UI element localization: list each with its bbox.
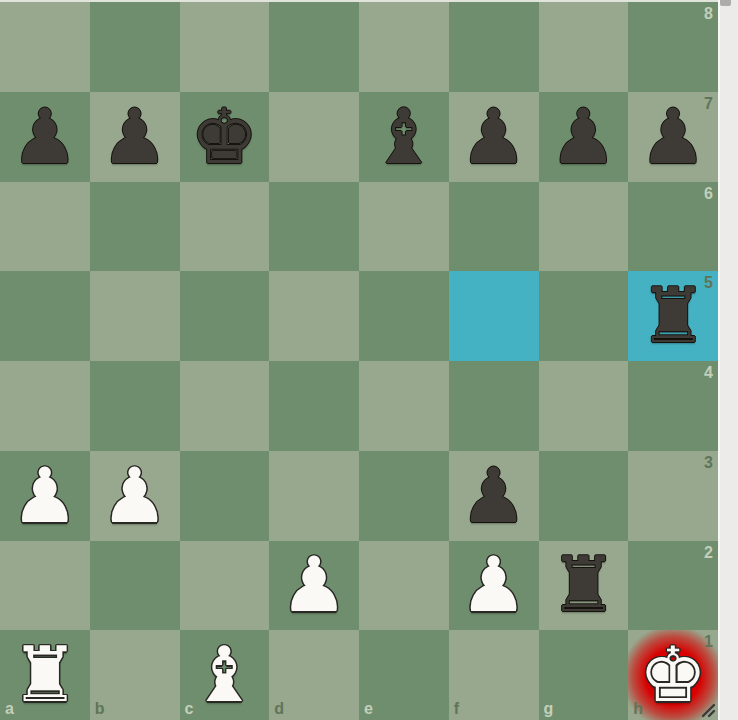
square-h6[interactable]: 6: [628, 182, 718, 272]
square-g4[interactable]: [539, 361, 629, 451]
black-pawn-a7[interactable]: ♟: [11, 99, 79, 175]
square-f1[interactable]: f: [449, 630, 539, 720]
square-c7[interactable]: ♚: [180, 92, 270, 182]
square-f4[interactable]: [449, 361, 539, 451]
square-d6[interactable]: [269, 182, 359, 272]
square-c4[interactable]: [180, 361, 270, 451]
square-h8[interactable]: 8: [628, 2, 718, 92]
board-resize-handle-icon[interactable]: [694, 696, 716, 718]
square-h7[interactable]: ♟7: [628, 92, 718, 182]
square-g1[interactable]: g: [539, 630, 629, 720]
square-h4[interactable]: 4: [628, 361, 718, 451]
square-e8[interactable]: [359, 2, 449, 92]
square-g2[interactable]: ♜: [539, 541, 629, 631]
square-g3[interactable]: [539, 451, 629, 541]
square-h1[interactable]: ♚1h: [628, 630, 718, 720]
square-a3[interactable]: ♟: [0, 451, 90, 541]
square-b7[interactable]: ♟: [90, 92, 180, 182]
black-rook-g2[interactable]: ♜: [549, 547, 617, 623]
square-d1[interactable]: d: [269, 630, 359, 720]
square-f3[interactable]: ♟: [449, 451, 539, 541]
gutter-top-notch: [720, 0, 731, 6]
black-pawn-b7[interactable]: ♟: [101, 99, 169, 175]
rank-label-2: 2: [704, 545, 713, 561]
square-e1[interactable]: e: [359, 630, 449, 720]
square-d4[interactable]: [269, 361, 359, 451]
white-pawn-a3[interactable]: ♟: [11, 458, 79, 534]
square-h5[interactable]: ♜5: [628, 271, 718, 361]
square-c5[interactable]: [180, 271, 270, 361]
square-a5[interactable]: [0, 271, 90, 361]
black-pawn-f3[interactable]: ♟: [460, 458, 528, 534]
square-a8[interactable]: [0, 2, 90, 92]
rank-label-8: 8: [704, 6, 713, 22]
square-e2[interactable]: [359, 541, 449, 631]
square-a6[interactable]: [0, 182, 90, 272]
rank-label-3: 3: [704, 455, 713, 471]
square-f5[interactable]: [449, 271, 539, 361]
square-c6[interactable]: [180, 182, 270, 272]
square-g7[interactable]: ♟: [539, 92, 629, 182]
black-bishop-e7[interactable]: ♝: [370, 99, 438, 175]
square-g8[interactable]: [539, 2, 629, 92]
file-label-d: d: [274, 701, 284, 717]
square-e7[interactable]: ♝: [359, 92, 449, 182]
square-a2[interactable]: [0, 541, 90, 631]
black-pawn-h7[interactable]: ♟: [639, 99, 707, 175]
white-rook-a1[interactable]: ♜: [11, 637, 79, 713]
white-pawn-b3[interactable]: ♟: [101, 458, 169, 534]
square-b1[interactable]: b: [90, 630, 180, 720]
square-c3[interactable]: [180, 451, 270, 541]
square-b5[interactable]: [90, 271, 180, 361]
black-king-c7[interactable]: ♚: [190, 99, 258, 175]
white-pawn-f2[interactable]: ♟: [460, 547, 528, 623]
square-f8[interactable]: [449, 2, 539, 92]
square-f6[interactable]: [449, 182, 539, 272]
square-b6[interactable]: [90, 182, 180, 272]
square-b8[interactable]: [90, 2, 180, 92]
right-page-gutter: [718, 0, 738, 720]
square-h3[interactable]: 3: [628, 451, 718, 541]
chess-board: 8♟♟♚♝♟♟♟76♜54♟♟♟3♟♟♜2♜ab♝cdefg♚1h: [0, 2, 718, 720]
square-c2[interactable]: [180, 541, 270, 631]
square-d8[interactable]: [269, 2, 359, 92]
black-pawn-g7[interactable]: ♟: [549, 99, 617, 175]
square-d7[interactable]: [269, 92, 359, 182]
square-g6[interactable]: [539, 182, 629, 272]
black-rook-h5[interactable]: ♜: [639, 278, 707, 354]
square-e6[interactable]: [359, 182, 449, 272]
file-label-b: b: [95, 701, 105, 717]
square-d3[interactable]: [269, 451, 359, 541]
black-pawn-f7[interactable]: ♟: [460, 99, 528, 175]
square-b4[interactable]: [90, 361, 180, 451]
square-g5[interactable]: [539, 271, 629, 361]
file-label-f: f: [454, 701, 459, 717]
square-a1[interactable]: ♜a: [0, 630, 90, 720]
file-label-g: g: [544, 701, 554, 717]
white-bishop-c1[interactable]: ♝: [190, 637, 258, 713]
square-f2[interactable]: ♟: [449, 541, 539, 631]
square-a4[interactable]: [0, 361, 90, 451]
square-f7[interactable]: ♟: [449, 92, 539, 182]
square-e3[interactable]: [359, 451, 449, 541]
rank-label-4: 4: [704, 365, 713, 381]
rank-label-6: 6: [704, 186, 713, 202]
square-e4[interactable]: [359, 361, 449, 451]
square-a7[interactable]: ♟: [0, 92, 90, 182]
square-b2[interactable]: [90, 541, 180, 631]
square-e5[interactable]: [359, 271, 449, 361]
file-label-e: e: [364, 701, 373, 717]
white-pawn-d2[interactable]: ♟: [280, 547, 348, 623]
square-c1[interactable]: ♝c: [180, 630, 270, 720]
square-h2[interactable]: 2: [628, 541, 718, 631]
square-c8[interactable]: [180, 2, 270, 92]
square-d2[interactable]: ♟: [269, 541, 359, 631]
square-b3[interactable]: ♟: [90, 451, 180, 541]
square-d5[interactable]: [269, 271, 359, 361]
